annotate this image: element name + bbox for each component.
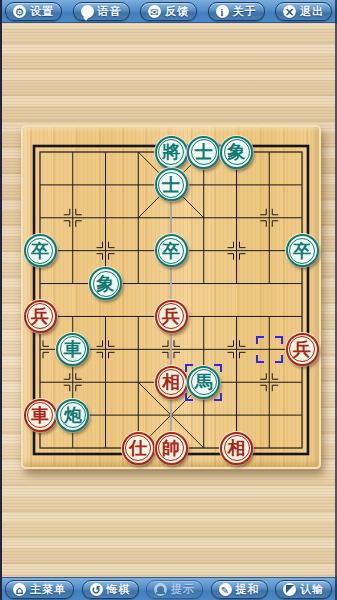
undo-move-button[interactable]: 悔棋 xyxy=(82,580,139,599)
home-icon xyxy=(13,583,26,596)
piece-black-pawn[interactable]: 卒 xyxy=(24,234,57,267)
resign-button-label: 认输 xyxy=(300,582,324,597)
hint-button-label: 提示 xyxy=(171,582,195,597)
info-icon xyxy=(216,5,229,18)
piece-black-cannon[interactable]: 炮 xyxy=(56,399,89,432)
about-button[interactable]: 关于 xyxy=(208,2,265,21)
xiangqi-board[interactable]: 將士象士卒卒卒象兵兵車兵相馬車炮仕帥相 xyxy=(21,125,321,469)
piece-red-rook[interactable]: 車 xyxy=(24,399,57,432)
about-button-label: 关于 xyxy=(233,4,257,19)
pencil-icon xyxy=(219,583,232,596)
undo-icon xyxy=(90,583,103,596)
feedback-button-label: 反馈 xyxy=(165,4,189,19)
main-menu-button-label: 主菜单 xyxy=(30,582,66,597)
piece-black-rook[interactable]: 車 xyxy=(56,333,89,366)
voice-button-label: 语音 xyxy=(98,4,122,19)
piece-black-pawn[interactable]: 卒 xyxy=(155,234,188,267)
piece-black-advisor[interactable]: 士 xyxy=(155,168,188,201)
piece-red-general[interactable]: 帥 xyxy=(155,432,188,465)
piece-black-elephant[interactable]: 象 xyxy=(89,267,122,300)
settings-button-label: 设置 xyxy=(30,4,54,19)
piece-red-elephant[interactable]: 相 xyxy=(220,432,253,465)
envelope-icon xyxy=(148,5,161,18)
piece-red-pawn[interactable]: 兵 xyxy=(286,333,319,366)
flag-icon xyxy=(283,583,296,596)
top-toolbar: 设置 语音 反馈 关于 退出 xyxy=(0,0,337,23)
close-icon xyxy=(283,5,296,18)
piece-red-pawn[interactable]: 兵 xyxy=(24,300,57,333)
feedback-button[interactable]: 反馈 xyxy=(140,2,197,21)
voice-button[interactable]: 语音 xyxy=(73,2,130,21)
bell-icon xyxy=(154,583,167,596)
piece-red-advisor[interactable]: 仕 xyxy=(122,432,155,465)
exit-button-label: 退出 xyxy=(300,4,324,19)
piece-black-general[interactable]: 將 xyxy=(155,136,188,169)
piece-black-horse[interactable]: 馬 xyxy=(187,366,220,399)
resign-button[interactable]: 认输 xyxy=(275,580,332,599)
app-screen: 设置 语音 反馈 关于 退出 將士象士卒卒卒象兵兵車兵相馬車炮仕帥相 主菜单 悔… xyxy=(0,0,337,600)
piece-red-pawn[interactable]: 兵 xyxy=(155,300,188,333)
offer-draw-button-label: 提和 xyxy=(236,582,260,597)
piece-black-pawn[interactable]: 卒 xyxy=(286,234,319,267)
settings-button[interactable]: 设置 xyxy=(5,2,62,21)
piece-black-advisor[interactable]: 士 xyxy=(187,136,220,169)
piece-red-elephant[interactable]: 相 xyxy=(155,366,188,399)
gear-icon xyxy=(13,5,26,18)
piece-black-elephant[interactable]: 象 xyxy=(220,136,253,169)
hint-button[interactable]: 提示 xyxy=(146,580,203,599)
undo-move-button-label: 悔棋 xyxy=(107,582,131,597)
bottom-toolbar: 主菜单 悔棋 提示 提和 认输 xyxy=(0,577,337,600)
offer-draw-button[interactable]: 提和 xyxy=(211,580,268,599)
speech-bubble-icon xyxy=(81,5,94,18)
main-menu-button[interactable]: 主菜单 xyxy=(5,580,74,599)
exit-button[interactable]: 退出 xyxy=(275,2,332,21)
